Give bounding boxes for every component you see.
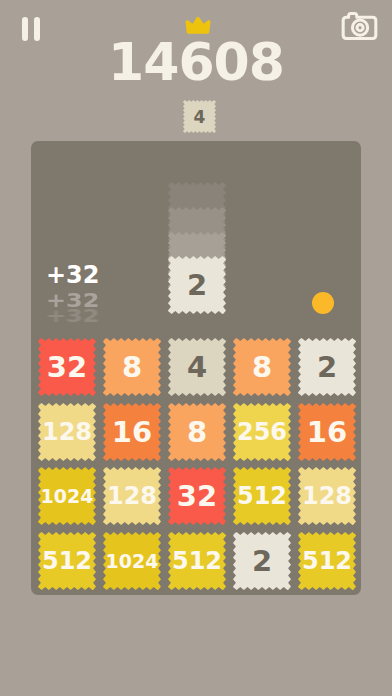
tile: 16 [298,403,356,461]
next-tile-preview: 4 [183,100,216,133]
tile: 256 [233,403,291,461]
tile: 128 [298,467,356,525]
score-popup: +32 [46,261,100,289]
tile: 4 [168,338,226,396]
game-screen: 14608 4 2 +32 +32 +32 32 8 4 8 2 128 16 … [0,0,392,696]
tile: 512 [298,532,356,590]
bonus-dot [312,292,334,314]
tile: 32 [168,467,226,525]
tile: 1024 [38,467,96,525]
tile: 8 [233,338,291,396]
tile: 512 [168,532,226,590]
tile: 512 [233,467,291,525]
tile: 2 [233,532,291,590]
falling-tile: 2 [168,256,226,314]
score-popup-ghost: +32 [46,306,100,327]
board[interactable]: 2 +32 +32 +32 32 8 4 8 2 128 16 8 256 16… [31,141,361,595]
tile: 128 [103,467,161,525]
tile: 8 [103,338,161,396]
tile: 16 [103,403,161,461]
tile: 512 [38,532,96,590]
tile: 128 [38,403,96,461]
tile: 1024 [103,532,161,590]
tile: 8 [168,403,226,461]
tile: 32 [38,338,96,396]
score: 14608 [0,34,392,91]
tile: 2 [298,338,356,396]
